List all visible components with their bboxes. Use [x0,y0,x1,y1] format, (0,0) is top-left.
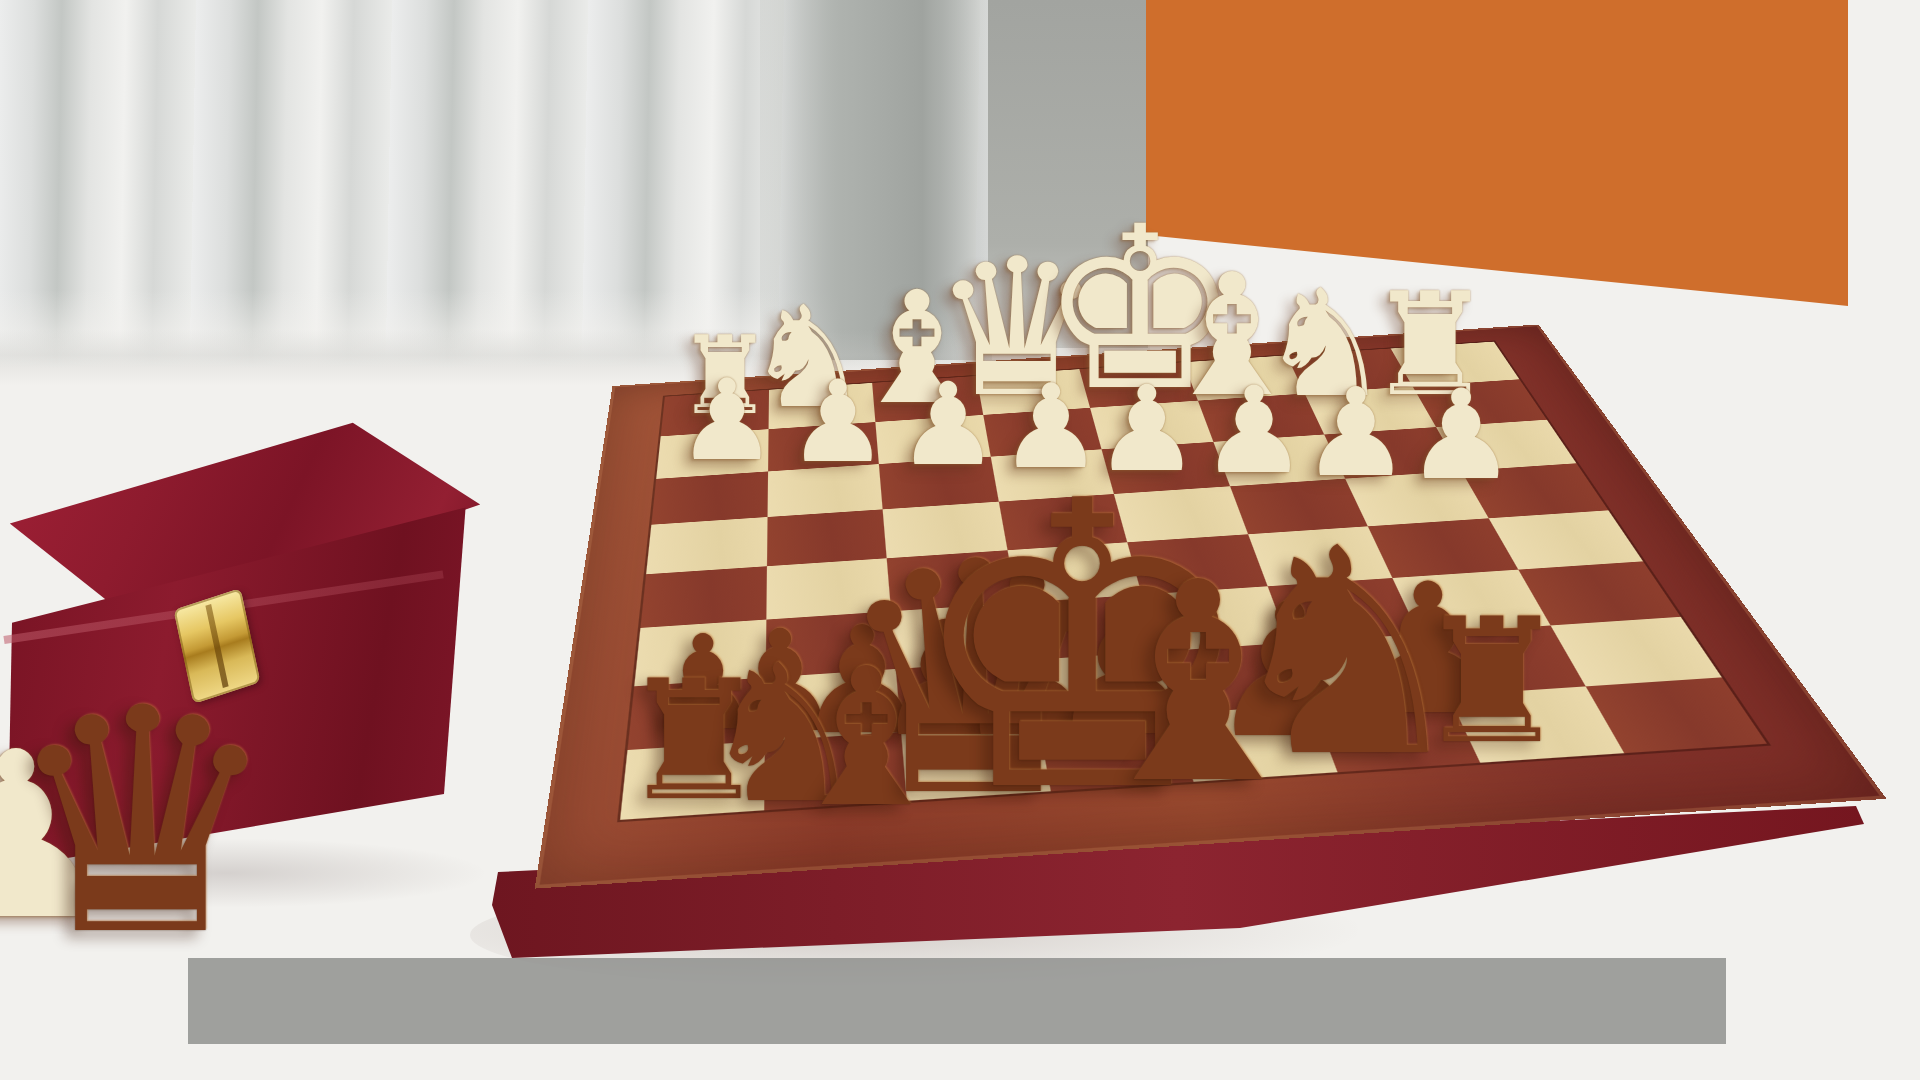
square-b8 [763,732,906,810]
square-c5 [887,550,1017,611]
board-grid [620,342,1767,820]
square-e7 [1157,643,1311,714]
square-e2 [1090,401,1213,450]
curtain-shadow-fold [760,0,992,360]
square-a8 [620,741,764,820]
square-a2 [656,429,768,479]
square-e5 [1127,534,1267,594]
square-b2 [768,422,879,471]
square-c3 [879,457,998,510]
square-c6 [891,603,1027,669]
square-d8 [1038,714,1194,792]
square-e8 [1175,705,1337,782]
square-f5 [1248,526,1393,586]
square-e3 [1102,442,1230,494]
square-e6 [1142,586,1289,651]
square-d4 [998,494,1127,550]
square-b3 [767,464,883,517]
square-d6 [1016,595,1157,661]
square-h4 [1461,463,1609,518]
square-f4 [1230,479,1368,535]
orange-wall-panel [1146,0,1848,322]
video-frame: { "game": "chess", "position": { "fen": … [0,0,1920,1080]
square-a5 [640,566,766,628]
square-c8 [901,723,1050,801]
square-a7 [627,678,765,750]
square-c2 [875,415,990,464]
square-c7 [896,660,1038,732]
square-b6 [765,611,896,677]
square-a4 [646,517,767,574]
gray-wall-panel [988,0,1148,348]
square-d5 [1007,542,1142,603]
square-f3 [1213,435,1345,487]
square-b5 [766,558,891,619]
square-d3 [990,449,1114,501]
square-b4 [766,509,886,566]
square-h2 [1412,379,1547,427]
square-d7 [1027,652,1175,723]
square-b7 [764,669,901,741]
chess-board [535,324,1887,888]
square-a6 [634,620,766,687]
square-d2 [983,408,1102,457]
square-h3 [1436,420,1577,471]
square-e4 [1114,486,1248,542]
subtitle-overlay-bar [188,958,1726,1044]
square-a3 [651,471,767,524]
square-f2 [1197,394,1324,442]
square-c4 [883,502,1007,559]
